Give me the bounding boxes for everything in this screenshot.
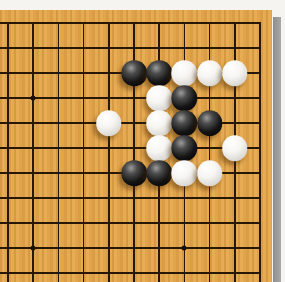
grid-horizontal-line xyxy=(0,272,261,274)
star-point xyxy=(31,246,36,251)
go-board[interactable] xyxy=(0,10,272,282)
star-point xyxy=(182,246,187,251)
grid-vertical-line xyxy=(32,22,34,282)
white-stone xyxy=(146,135,172,161)
white-stone xyxy=(172,160,198,186)
black-stone xyxy=(121,160,147,186)
star-point xyxy=(31,96,36,101)
white-stone xyxy=(222,60,248,86)
black-stone xyxy=(121,60,147,86)
white-stone xyxy=(172,60,198,86)
grid-horizontal-line xyxy=(0,22,261,24)
black-stone xyxy=(172,135,198,161)
grid-horizontal-line xyxy=(0,197,261,199)
black-stone xyxy=(146,60,172,86)
grid-vertical-line xyxy=(7,22,9,282)
black-stone xyxy=(172,110,198,136)
white-stone xyxy=(222,135,248,161)
white-stone xyxy=(96,110,122,136)
grid-horizontal-line xyxy=(0,97,261,99)
grid-horizontal-line xyxy=(0,222,261,224)
grid-horizontal-line xyxy=(0,247,261,249)
grid-horizontal-line xyxy=(0,47,261,49)
black-stone xyxy=(172,85,198,111)
grid-vertical-line xyxy=(83,22,85,282)
white-stone xyxy=(197,60,223,86)
white-stone xyxy=(197,160,223,186)
board-drop-shadow xyxy=(273,17,281,282)
go-app-window xyxy=(0,0,285,282)
grid-vertical-line xyxy=(58,22,60,282)
white-stone xyxy=(146,85,172,111)
grid-vertical-line xyxy=(259,22,261,282)
black-stone xyxy=(146,160,172,186)
black-stone xyxy=(197,110,223,136)
white-stone xyxy=(146,110,172,136)
grid-vertical-line xyxy=(108,22,110,282)
